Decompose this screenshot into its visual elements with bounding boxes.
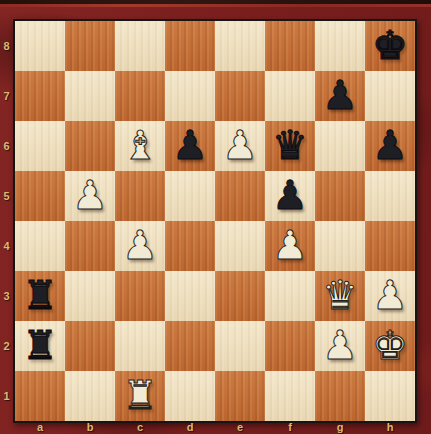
file-label-e: e (215, 421, 265, 434)
square-c5[interactable] (115, 171, 165, 221)
square-d1[interactable] (165, 371, 215, 421)
square-e3[interactable] (215, 271, 265, 321)
square-h4[interactable] (365, 221, 415, 271)
frame-top-highlight (0, 4, 431, 7)
square-c8[interactable] (115, 21, 165, 71)
square-h1[interactable] (365, 371, 415, 421)
square-g7[interactable]: ♟ (315, 71, 365, 121)
square-h2[interactable]: ♚ (365, 321, 415, 371)
square-f6[interactable]: ♛ (265, 121, 315, 171)
black-pawn-g7[interactable]: ♟ (315, 71, 365, 121)
square-a1[interactable] (15, 371, 65, 421)
rank-label-2: 2 (0, 321, 13, 371)
square-b4[interactable] (65, 221, 115, 271)
black-queen-f6[interactable]: ♛ (265, 121, 315, 171)
file-label-h: h (365, 421, 415, 434)
square-e1[interactable] (215, 371, 265, 421)
square-a5[interactable] (15, 171, 65, 221)
square-f7[interactable] (265, 71, 315, 121)
square-d7[interactable] (165, 71, 215, 121)
square-b8[interactable] (65, 21, 115, 71)
black-rook-a3[interactable]: ♜ (15, 271, 65, 321)
white-bishop-c6[interactable]: ♝ (115, 121, 165, 171)
square-g4[interactable] (315, 221, 365, 271)
square-a4[interactable] (15, 221, 65, 271)
black-pawn-h6[interactable]: ♟ (365, 121, 415, 171)
white-pawn-c4[interactable]: ♟ (115, 221, 165, 271)
square-f5[interactable]: ♟ (265, 171, 315, 221)
square-a2[interactable]: ♜ (15, 321, 65, 371)
file-label-a: a (15, 421, 65, 434)
square-d3[interactable] (165, 271, 215, 321)
square-g3[interactable]: ♛ (315, 271, 365, 321)
square-g2[interactable]: ♟ (315, 321, 365, 371)
square-g5[interactable] (315, 171, 365, 221)
white-pawn-e6[interactable]: ♟ (215, 121, 265, 171)
square-c2[interactable] (115, 321, 165, 371)
square-b3[interactable] (65, 271, 115, 321)
square-b6[interactable] (65, 121, 115, 171)
rank-label-1: 1 (0, 371, 13, 421)
square-d8[interactable] (165, 21, 215, 71)
rank-label-6: 6 (0, 121, 13, 171)
black-pawn-d6[interactable]: ♟ (165, 121, 215, 171)
file-label-d: d (165, 421, 215, 434)
square-c4[interactable]: ♟ (115, 221, 165, 271)
rank-label-7: 7 (0, 71, 13, 121)
white-pawn-b5[interactable]: ♟ (65, 171, 115, 221)
square-d2[interactable] (165, 321, 215, 371)
rank-label-5: 5 (0, 171, 13, 221)
square-a7[interactable] (15, 71, 65, 121)
square-c6[interactable]: ♝ (115, 121, 165, 171)
square-d6[interactable]: ♟ (165, 121, 215, 171)
black-king-h8[interactable]: ♚ (365, 21, 415, 71)
square-h6[interactable]: ♟ (365, 121, 415, 171)
black-rook-a2[interactable]: ♜ (15, 321, 65, 371)
square-f2[interactable] (265, 321, 315, 371)
square-e2[interactable] (215, 321, 265, 371)
square-c7[interactable] (115, 71, 165, 121)
square-f4[interactable]: ♟ (265, 221, 315, 271)
file-label-c: c (115, 421, 165, 434)
square-e8[interactable] (215, 21, 265, 71)
square-f1[interactable] (265, 371, 315, 421)
square-g8[interactable] (315, 21, 365, 71)
white-pawn-g2[interactable]: ♟ (315, 321, 365, 371)
square-h7[interactable] (365, 71, 415, 121)
white-pawn-h3[interactable]: ♟ (365, 271, 415, 321)
square-b7[interactable] (65, 71, 115, 121)
chess-app-window: ♚♟♝♟♟♛♟♟♟♟♟♜♛♟♜♟♚♜ 87654321 abcdefgh (0, 0, 431, 434)
square-b1[interactable] (65, 371, 115, 421)
file-label-g: g (315, 421, 365, 434)
square-d4[interactable] (165, 221, 215, 271)
square-f8[interactable] (265, 21, 315, 71)
file-label-f: f (265, 421, 315, 434)
square-g6[interactable] (315, 121, 365, 171)
square-a8[interactable] (15, 21, 65, 71)
square-c3[interactable] (115, 271, 165, 321)
square-e5[interactable] (215, 171, 265, 221)
square-f3[interactable] (265, 271, 315, 321)
rank-label-4: 4 (0, 221, 13, 271)
square-b2[interactable] (65, 321, 115, 371)
square-e6[interactable]: ♟ (215, 121, 265, 171)
square-c1[interactable]: ♜ (115, 371, 165, 421)
square-h3[interactable]: ♟ (365, 271, 415, 321)
rank-label-3: 3 (0, 271, 13, 321)
white-rook-c1[interactable]: ♜ (115, 371, 165, 421)
square-g1[interactable] (315, 371, 365, 421)
square-a3[interactable]: ♜ (15, 271, 65, 321)
chess-board: ♚♟♝♟♟♛♟♟♟♟♟♜♛♟♜♟♚♜ (13, 19, 417, 423)
white-king-h2[interactable]: ♚ (365, 321, 415, 371)
file-label-b: b (65, 421, 115, 434)
square-d5[interactable] (165, 171, 215, 221)
square-e7[interactable] (215, 71, 265, 121)
white-queen-g3[interactable]: ♛ (315, 271, 365, 321)
square-a6[interactable] (15, 121, 65, 171)
square-e4[interactable] (215, 221, 265, 271)
black-pawn-f5[interactable]: ♟ (265, 171, 315, 221)
square-h5[interactable] (365, 171, 415, 221)
square-h8[interactable]: ♚ (365, 21, 415, 71)
square-b5[interactable]: ♟ (65, 171, 115, 221)
rank-label-8: 8 (0, 21, 13, 71)
white-pawn-f4[interactable]: ♟ (265, 221, 315, 271)
